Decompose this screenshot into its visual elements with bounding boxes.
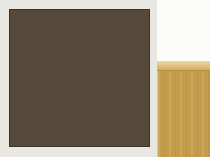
file-coordinates — [9, 0, 150, 9]
sente-hand-header — [157, 61, 210, 70]
shogi-app — [0, 0, 210, 157]
info-panel — [157, 0, 210, 61]
sente-hand-tray — [157, 70, 210, 157]
shogi-board — [9, 9, 150, 147]
